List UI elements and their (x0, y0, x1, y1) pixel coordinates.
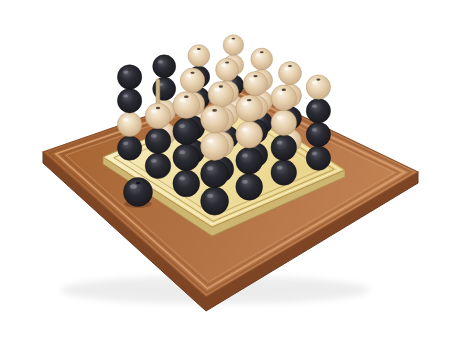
bead-highlight (277, 141, 283, 145)
bead-black (201, 187, 229, 215)
rod-hole-icon (232, 38, 236, 40)
bead-highlight (277, 166, 283, 170)
bead-highlight (249, 77, 254, 81)
score-four-photo (0, 0, 450, 337)
bead-highlight (312, 81, 317, 85)
bead-highlight (151, 159, 157, 163)
bead-highlight (242, 128, 248, 132)
bead-highlight (123, 142, 128, 146)
bead-highlight (207, 194, 213, 198)
bead-black (271, 160, 297, 186)
rod-hole-icon (184, 96, 189, 98)
bead-black (306, 146, 330, 170)
bead-black (306, 99, 330, 123)
bead-highlight (179, 98, 185, 102)
bead-highlight (193, 50, 198, 53)
bead-highlight (277, 91, 283, 95)
rod-hole-icon (225, 62, 229, 64)
bead-highlight (130, 184, 137, 189)
bead-highlight (312, 104, 317, 108)
bead-highlight (214, 88, 220, 92)
bead-highlight (179, 124, 185, 128)
rod-hole-icon (282, 89, 286, 91)
rod-hole-icon (136, 182, 141, 185)
bead-highlight (123, 118, 128, 122)
rod-hole-icon (212, 109, 217, 112)
bead-highlight (151, 134, 157, 138)
product-photo-stage (0, 0, 450, 337)
bead-highlight (221, 64, 226, 67)
bead-highlight (179, 150, 185, 154)
rod-hole-icon (190, 72, 194, 74)
bead-black (145, 153, 171, 179)
bead-natural (117, 112, 141, 136)
bead-black (117, 136, 141, 160)
bead-highlight (158, 60, 163, 63)
rod-hole-icon (253, 75, 257, 77)
bead-highlight (179, 176, 185, 180)
bead-black (117, 89, 141, 113)
rod-hole-icon (219, 85, 223, 87)
rod-hole-icon (197, 48, 201, 50)
bead-black (306, 122, 330, 146)
bead-highlight (151, 109, 157, 113)
bead-highlight (277, 116, 283, 120)
bead-black (201, 160, 229, 188)
bead-natural (236, 121, 263, 148)
bead-highlight (242, 180, 248, 184)
bead-highlight (242, 154, 248, 158)
rod-hole-icon (260, 51, 264, 53)
bead-highlight (207, 166, 213, 170)
bead-black (271, 135, 297, 161)
rod-hole-icon (162, 58, 166, 60)
bead-black (236, 173, 263, 200)
bead-black (145, 128, 171, 154)
bead-highlight (256, 53, 261, 56)
bead-natural (271, 110, 297, 136)
bead-natural (201, 132, 229, 160)
rod-hole-icon (156, 107, 160, 109)
bead-highlight (186, 74, 191, 78)
bead-black (173, 118, 200, 145)
peg-r3c0[interactable] (117, 65, 141, 161)
bead-black (173, 170, 200, 197)
bead-highlight (123, 71, 128, 75)
bead-highlight (207, 112, 213, 116)
rod-hole-icon (316, 79, 320, 81)
bead-highlight (207, 139, 213, 143)
rod-hole-icon (247, 99, 252, 101)
bead-highlight (242, 101, 248, 105)
loose-bead-black[interactable] (124, 178, 153, 208)
bead-highlight (284, 67, 289, 70)
bead-highlight (123, 94, 128, 98)
bead-highlight (228, 40, 233, 43)
bead-black (173, 144, 200, 171)
rod-hole-icon (128, 68, 132, 70)
bead-highlight (312, 128, 317, 132)
bead-highlight (312, 152, 317, 156)
bead-black (236, 147, 263, 174)
rod-hole-icon (288, 65, 292, 67)
